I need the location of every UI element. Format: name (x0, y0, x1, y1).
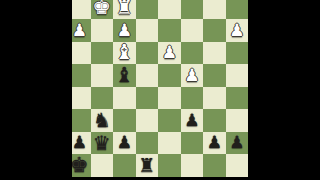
square-a6[interactable] (226, 109, 249, 132)
square-e6[interactable] (136, 109, 159, 132)
piece-black-pawn-c6[interactable]: ♟ (181, 109, 204, 132)
square-d4[interactable] (158, 64, 181, 87)
square-e7[interactable] (136, 132, 159, 155)
piece-black-pawn-a7[interactable]: ♟ (226, 132, 249, 155)
piece-white-king-g1[interactable]: ♚ (91, 0, 114, 19)
square-b2[interactable] (203, 19, 226, 42)
piece-white-bishop-f3[interactable]: ♝ (113, 42, 136, 65)
square-e4[interactable] (136, 64, 159, 87)
piece-black-bishop-f4[interactable]: ♝ (113, 64, 136, 87)
piece-white-pawn-c4[interactable]: ♟ (181, 64, 204, 87)
chess-board[interactable]: ♚♜♟♟♟♝♟♝♟♞♟♟♛♟♟♟♚♜ (68, 0, 248, 177)
square-c2[interactable] (181, 19, 204, 42)
square-e2[interactable] (136, 19, 159, 42)
square-g8[interactable] (91, 154, 114, 177)
square-d2[interactable] (158, 19, 181, 42)
square-a3[interactable] (226, 42, 249, 65)
piece-black-pawn-f7[interactable]: ♟ (113, 132, 136, 155)
square-g5[interactable] (91, 87, 114, 110)
square-f8[interactable] (113, 154, 136, 177)
square-a8[interactable] (226, 154, 249, 177)
square-c3[interactable] (181, 42, 204, 65)
piece-white-rook-f1[interactable]: ♜ (113, 0, 136, 19)
piece-white-pawn-a2[interactable]: ♟ (226, 19, 249, 42)
piece-black-knight-g6[interactable]: ♞ (91, 109, 114, 132)
square-d1[interactable] (158, 0, 181, 19)
square-c1[interactable] (181, 0, 204, 19)
square-b3[interactable] (203, 42, 226, 65)
square-b1[interactable] (203, 0, 226, 19)
piece-black-queen-g7[interactable]: ♛ (91, 132, 114, 155)
square-b8[interactable] (203, 154, 226, 177)
square-b5[interactable] (203, 87, 226, 110)
square-c8[interactable] (181, 154, 204, 177)
square-b4[interactable] (203, 64, 226, 87)
square-g2[interactable] (91, 19, 114, 42)
pillarbox-left-bar (0, 0, 72, 180)
square-g3[interactable] (91, 42, 114, 65)
square-e5[interactable] (136, 87, 159, 110)
square-d7[interactable] (158, 132, 181, 155)
square-b6[interactable] (203, 109, 226, 132)
chessboard-view: ♚♜♟♟♟♝♟♝♟♞♟♟♛♟♟♟♚♜ (0, 0, 320, 180)
square-g4[interactable] (91, 64, 114, 87)
piece-black-pawn-b7[interactable]: ♟ (203, 132, 226, 155)
square-c7[interactable] (181, 132, 204, 155)
square-f6[interactable] (113, 109, 136, 132)
square-d6[interactable] (158, 109, 181, 132)
piece-white-pawn-f2[interactable]: ♟ (113, 19, 136, 42)
square-f5[interactable] (113, 87, 136, 110)
square-c5[interactable] (181, 87, 204, 110)
square-d5[interactable] (158, 87, 181, 110)
square-a1[interactable] (226, 0, 249, 19)
square-a5[interactable] (226, 87, 249, 110)
square-e1[interactable] (136, 0, 159, 19)
piece-black-rook-e8[interactable]: ♜ (136, 154, 159, 177)
square-a4[interactable] (226, 64, 249, 87)
pillarbox-right-bar (248, 0, 320, 180)
piece-white-pawn-d3[interactable]: ♟ (158, 42, 181, 65)
square-e3[interactable] (136, 42, 159, 65)
square-d8[interactable] (158, 154, 181, 177)
